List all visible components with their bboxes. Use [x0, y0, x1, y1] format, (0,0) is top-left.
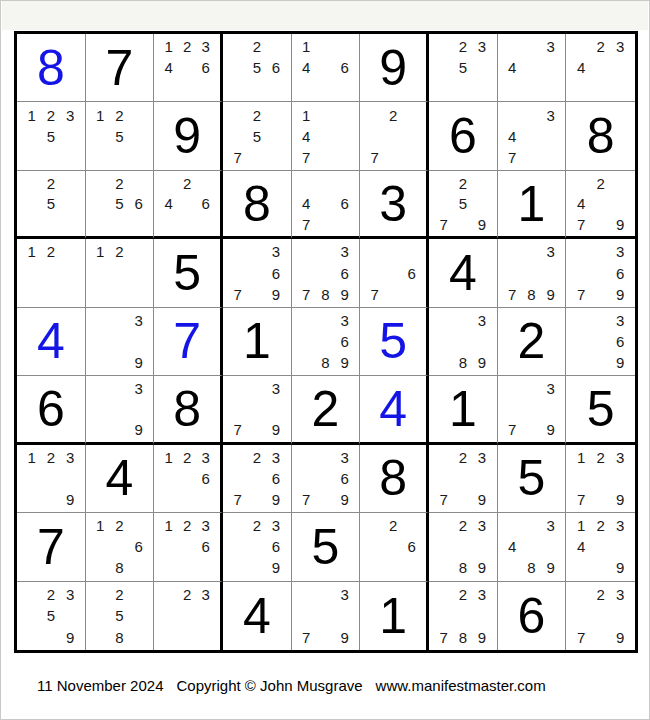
candidate-empty [196, 489, 215, 510]
cell-r5c4[interactable]: 1 [223, 308, 292, 376]
candidate-empty [384, 536, 403, 557]
candidate-4: 4 [503, 126, 522, 147]
candidate-empty [91, 193, 110, 213]
cell-r9c7[interactable]: 23789 [429, 582, 498, 650]
candidate-6: 6 [335, 193, 354, 213]
candidate-empty [541, 78, 560, 99]
cell-r8c4[interactable]: 2369 [223, 513, 292, 581]
cell-r3c5[interactable]: 467 [292, 171, 361, 239]
solved-digit: 5 [379, 316, 407, 366]
candidate-empty [159, 627, 178, 648]
candidate-grid: 1235 [17, 102, 85, 169]
candidate-9: 9 [472, 627, 491, 648]
candidate-8: 8 [316, 352, 335, 373]
candidate-empty [591, 331, 611, 352]
candidate-2: 2 [591, 36, 611, 57]
candidate-empty [335, 214, 354, 234]
cell-r2c5[interactable]: 147 [292, 102, 361, 170]
cell-r1c6[interactable]: 9 [360, 34, 429, 102]
candidate-2: 2 [591, 447, 611, 468]
candidate-empty [196, 173, 215, 193]
cell-r7c8[interactable]: 5 [498, 445, 567, 513]
candidate-empty [22, 262, 41, 283]
candidate-empty [91, 584, 110, 605]
candidate-empty [266, 36, 285, 57]
candidate-2: 2 [178, 584, 197, 605]
cell-r8c7[interactable]: 2389 [429, 513, 498, 581]
cell-r9c2[interactable]: 258 [86, 582, 155, 650]
candidate-empty [159, 536, 178, 557]
candidate-5: 5 [110, 126, 129, 147]
candidate-9: 9 [610, 214, 630, 234]
cell-r3c4[interactable]: 8 [223, 171, 292, 239]
candidate-empty [159, 214, 178, 234]
cell-r2c1[interactable]: 1235 [17, 102, 86, 170]
candidate-empty [316, 584, 335, 605]
cell-r6c4[interactable]: 379 [223, 376, 292, 444]
candidate-empty [571, 331, 591, 352]
candidate-9: 9 [266, 557, 285, 578]
candidate-empty [335, 147, 354, 168]
candidate-1: 1 [91, 515, 110, 536]
candidate-empty [266, 147, 285, 168]
cell-r6c1[interactable]: 6 [17, 376, 86, 444]
candidate-9: 9 [610, 352, 630, 373]
cell-r3c3[interactable]: 246 [154, 171, 223, 239]
candidate-empty [41, 214, 60, 234]
candidate-4: 4 [503, 57, 522, 78]
cell-r2c4[interactable]: 257 [223, 102, 292, 170]
candidate-9: 9 [610, 627, 630, 648]
cell-r1c4[interactable]: 256 [223, 34, 292, 102]
candidate-empty [110, 262, 129, 283]
candidate-empty [129, 147, 148, 168]
candidate-empty [228, 447, 247, 468]
candidate-3: 3 [541, 36, 560, 57]
candidate-9: 9 [472, 489, 491, 510]
candidate-empty [41, 489, 60, 510]
cell-r5c8[interactable]: 2 [498, 308, 567, 376]
candidate-empty [335, 605, 354, 626]
candidate-7: 7 [503, 419, 522, 439]
cell-r7c4[interactable]: 23679 [223, 445, 292, 513]
candidate-grid: 369 [566, 308, 635, 375]
cell-r2c9[interactable]: 8 [566, 102, 635, 170]
candidate-empty [434, 584, 453, 605]
cell-r6c8[interactable]: 379 [498, 376, 567, 444]
cell-r5c7[interactable]: 389 [429, 308, 498, 376]
candidate-empty [571, 310, 591, 331]
cell-r6c3[interactable]: 8 [154, 376, 223, 444]
cell-r4c7[interactable]: 4 [429, 239, 498, 307]
candidate-empty [266, 399, 285, 419]
candidate-empty [228, 468, 247, 489]
candidate-empty [591, 352, 611, 373]
candidate-6: 6 [335, 331, 354, 352]
candidate-empty [503, 557, 522, 578]
candidate-empty [316, 627, 335, 648]
candidate-empty [316, 193, 335, 213]
cell-r1c7[interactable]: 235 [429, 34, 498, 102]
candidate-3: 3 [335, 310, 354, 331]
candidate-empty [60, 214, 79, 234]
candidate-empty [60, 173, 79, 193]
candidate-empty [129, 627, 148, 648]
candidate-9: 9 [610, 489, 630, 510]
candidate-7: 7 [365, 284, 384, 305]
candidate-empty [60, 284, 79, 305]
candidate-empty [91, 378, 110, 398]
cell-r1c3[interactable]: 12346 [154, 34, 223, 102]
candidate-2: 2 [247, 104, 266, 125]
given-digit: 6 [518, 591, 546, 641]
cell-r6c9[interactable]: 5 [566, 376, 635, 444]
cell-r9c8[interactable]: 6 [498, 582, 567, 650]
cell-r6c6[interactable]: 4 [360, 376, 429, 444]
cell-r4c9[interactable]: 3679 [566, 239, 635, 307]
candidate-grid: 3789 [498, 239, 566, 306]
candidate-2: 2 [110, 584, 129, 605]
candidate-grid: 246 [154, 171, 220, 236]
candidate-empty [610, 536, 630, 557]
given-digit: 4 [106, 453, 134, 503]
candidate-empty [522, 57, 541, 78]
candidate-empty [91, 352, 110, 373]
candidate-7: 7 [503, 147, 522, 168]
candidate-9: 9 [60, 489, 79, 510]
candidate-empty [297, 352, 316, 373]
candidate-5: 5 [247, 57, 266, 78]
candidate-7: 7 [503, 284, 522, 305]
candidate-empty [178, 627, 197, 648]
footer-website[interactable]: www.manifestmaster.com [376, 677, 546, 694]
candidate-empty [541, 536, 560, 557]
cell-r5c2[interactable]: 39 [86, 308, 155, 376]
cell-r8c1[interactable]: 7 [17, 513, 86, 581]
candidate-empty [522, 126, 541, 147]
cell-r1c8[interactable]: 34 [498, 34, 567, 102]
cell-r1c9[interactable]: 234 [566, 34, 635, 102]
cell-r8c3[interactable]: 1236 [154, 513, 223, 581]
candidate-3: 3 [129, 378, 148, 398]
candidate-empty [91, 173, 110, 193]
candidate-empty [453, 489, 472, 510]
cell-r5c6[interactable]: 5 [360, 308, 429, 376]
candidate-empty [129, 241, 148, 262]
candidate-empty [335, 36, 354, 57]
given-digit: 5 [587, 384, 615, 434]
candidate-2: 2 [247, 447, 266, 468]
candidate-7: 7 [228, 284, 247, 305]
candidate-empty [335, 78, 354, 99]
candidate-grid: 1239 [17, 445, 85, 512]
cell-r3c7[interactable]: 2579 [429, 171, 498, 239]
candidate-grid: 257 [223, 102, 291, 169]
given-digit: 8 [587, 111, 615, 161]
cell-r7c7[interactable]: 2379 [429, 445, 498, 513]
candidate-empty [60, 126, 79, 147]
candidate-empty [453, 331, 472, 352]
candidate-grid: 2479 [566, 171, 635, 236]
candidate-empty [591, 605, 611, 626]
candidate-9: 9 [266, 489, 285, 510]
candidate-8: 8 [453, 352, 472, 373]
cell-r5c3[interactable]: 7 [154, 308, 223, 376]
candidate-1: 1 [91, 104, 110, 125]
candidate-9: 9 [610, 284, 630, 305]
candidate-3: 3 [335, 241, 354, 262]
given-digit: 1 [449, 384, 477, 434]
candidate-grid: 2579 [429, 171, 497, 236]
candidate-3: 3 [610, 447, 630, 468]
given-digit: 5 [173, 248, 201, 298]
cell-r3c8[interactable]: 1 [498, 171, 567, 239]
cell-r1c2[interactable]: 7 [86, 34, 155, 102]
candidate-grid: 379 [223, 376, 291, 441]
cell-r3c1[interactable]: 25 [17, 171, 86, 239]
candidate-empty [60, 241, 79, 262]
candidate-3: 3 [541, 378, 560, 398]
cell-r8c9[interactable]: 12349 [566, 513, 635, 581]
candidate-empty [365, 262, 384, 283]
candidate-grid: 2379 [429, 445, 497, 512]
candidate-3: 3 [335, 447, 354, 468]
candidate-6: 6 [335, 262, 354, 283]
candidate-empty [228, 515, 247, 536]
cell-r7c5[interactable]: 3679 [292, 445, 361, 513]
candidate-empty [159, 468, 178, 489]
candidate-8: 8 [110, 557, 129, 578]
candidate-grid: 347 [498, 102, 566, 169]
cell-r5c9[interactable]: 369 [566, 308, 635, 376]
cell-r6c5[interactable]: 2 [292, 376, 361, 444]
candidate-empty [402, 126, 421, 147]
candidate-empty [297, 331, 316, 352]
candidate-9: 9 [335, 284, 354, 305]
candidate-empty [503, 378, 522, 398]
candidate-grid: 27 [360, 102, 426, 169]
cell-r9c1[interactable]: 2359 [17, 582, 86, 650]
candidate-empty [178, 536, 197, 557]
candidate-7: 7 [228, 147, 247, 168]
candidate-empty [247, 468, 266, 489]
candidate-empty [228, 241, 247, 262]
candidate-empty [316, 447, 335, 468]
candidate-2: 2 [453, 36, 472, 57]
cell-r6c7[interactable]: 1 [429, 376, 498, 444]
cell-r2c7[interactable]: 6 [429, 102, 498, 170]
cell-r9c5[interactable]: 379 [292, 582, 361, 650]
candidate-4: 4 [159, 57, 178, 78]
candidate-empty [247, 378, 266, 398]
candidate-9: 9 [472, 557, 491, 578]
candidate-3: 3 [60, 447, 79, 468]
candidate-empty [297, 241, 316, 262]
candidate-empty [384, 241, 403, 262]
candidate-7: 7 [434, 214, 453, 234]
candidate-grid: 258 [86, 582, 154, 650]
candidate-empty [453, 310, 472, 331]
candidate-empty [472, 173, 491, 193]
candidate-empty [129, 515, 148, 536]
candidate-2: 2 [110, 104, 129, 125]
candidate-empty [472, 536, 491, 557]
given-digit: 3 [379, 179, 407, 229]
candidate-empty [522, 104, 541, 125]
candidate-empty [110, 399, 129, 419]
candidate-empty [247, 536, 266, 557]
candidate-5: 5 [110, 193, 129, 213]
cell-r7c1[interactable]: 1239 [17, 445, 86, 513]
candidate-empty [297, 447, 316, 468]
cell-r3c6[interactable]: 3 [360, 171, 429, 239]
candidate-9: 9 [129, 352, 148, 373]
candidate-empty [434, 352, 453, 373]
candidate-empty [610, 78, 630, 99]
cell-r7c3[interactable]: 1236 [154, 445, 223, 513]
candidate-empty [41, 284, 60, 305]
given-digit: 7 [106, 43, 134, 93]
candidate-empty [196, 214, 215, 234]
candidate-grid: 235 [429, 34, 497, 101]
given-digit: 9 [173, 111, 201, 161]
cell-r4c8[interactable]: 3789 [498, 239, 567, 307]
candidate-3: 3 [610, 241, 630, 262]
candidate-8: 8 [453, 557, 472, 578]
candidate-empty [402, 557, 421, 578]
candidate-empty [610, 173, 630, 193]
candidate-empty [316, 57, 335, 78]
candidate-empty [434, 536, 453, 557]
given-digit: 6 [37, 384, 65, 434]
candidate-empty [110, 352, 129, 373]
candidate-empty [591, 214, 611, 234]
candidate-grid: 467 [292, 171, 360, 236]
candidate-empty [472, 78, 491, 99]
candidate-3: 3 [196, 36, 215, 57]
cell-r5c1[interactable]: 4 [17, 308, 86, 376]
candidate-empty [129, 126, 148, 147]
candidate-empty [110, 331, 129, 352]
candidate-empty [434, 605, 453, 626]
candidate-6: 6 [196, 536, 215, 557]
candidate-empty [91, 126, 110, 147]
candidate-empty [571, 468, 591, 489]
candidate-empty [503, 241, 522, 262]
candidate-3: 3 [196, 515, 215, 536]
candidate-empty [228, 36, 247, 57]
candidate-6: 6 [196, 57, 215, 78]
candidate-empty [297, 173, 316, 193]
candidate-empty [60, 468, 79, 489]
cell-r7c6[interactable]: 8 [360, 445, 429, 513]
cell-r9c3[interactable]: 23 [154, 582, 223, 650]
candidate-empty [297, 78, 316, 99]
cell-r8c2[interactable]: 1268 [86, 513, 155, 581]
cell-r3c9[interactable]: 2479 [566, 171, 635, 239]
cell-r4c1[interactable]: 12 [17, 239, 86, 307]
candidate-empty [178, 605, 197, 626]
cell-r1c1[interactable]: 8 [17, 34, 86, 102]
candidate-7: 7 [297, 627, 316, 648]
candidate-grid: 34 [498, 34, 566, 101]
solved-digit: 7 [173, 316, 201, 366]
cell-r4c4[interactable]: 3679 [223, 239, 292, 307]
cell-r4c6[interactable]: 67 [360, 239, 429, 307]
candidate-2: 2 [41, 173, 60, 193]
cell-r8c5[interactable]: 5 [292, 513, 361, 581]
candidate-empty [297, 584, 316, 605]
candidate-empty [228, 262, 247, 283]
candidate-empty [178, 489, 197, 510]
candidate-3: 3 [610, 584, 630, 605]
candidate-2: 2 [110, 515, 129, 536]
cell-r5c5[interactable]: 3689 [292, 308, 361, 376]
candidate-empty [91, 536, 110, 557]
candidate-empty [91, 399, 110, 419]
candidate-empty [110, 419, 129, 439]
cell-r8c6[interactable]: 26 [360, 513, 429, 581]
cell-r9c6[interactable]: 1 [360, 582, 429, 650]
candidate-empty [541, 147, 560, 168]
cell-r1c5[interactable]: 146 [292, 34, 361, 102]
candidate-empty [41, 147, 60, 168]
cell-r9c9[interactable]: 2379 [566, 582, 635, 650]
candidate-empty [247, 147, 266, 168]
given-digit: 4 [449, 248, 477, 298]
sudoku-board: 8712346256146923534234123512592571472763… [14, 31, 638, 653]
candidate-6: 6 [266, 536, 285, 557]
candidate-empty [159, 78, 178, 99]
cell-r2c6[interactable]: 27 [360, 102, 429, 170]
cell-r9c4[interactable]: 4 [223, 582, 292, 650]
candidate-empty [453, 605, 472, 626]
candidate-empty [178, 57, 197, 78]
candidate-9: 9 [541, 419, 560, 439]
cell-r2c3[interactable]: 9 [154, 102, 223, 170]
candidate-empty [434, 78, 453, 99]
candidate-6: 6 [129, 193, 148, 213]
cell-r7c2[interactable]: 4 [86, 445, 155, 513]
candidate-grid: 12 [86, 239, 154, 306]
cell-r8c8[interactable]: 3489 [498, 513, 567, 581]
cell-r7c9[interactable]: 12379 [566, 445, 635, 513]
candidate-3: 3 [60, 584, 79, 605]
cell-r2c2[interactable]: 125 [86, 102, 155, 170]
candidate-empty [247, 557, 266, 578]
cell-r4c5[interactable]: 36789 [292, 239, 361, 307]
cell-r2c8[interactable]: 347 [498, 102, 567, 170]
candidate-empty [541, 262, 560, 283]
candidate-3: 3 [472, 515, 491, 536]
candidate-empty [110, 214, 129, 234]
candidate-empty [316, 468, 335, 489]
candidate-empty [22, 489, 41, 510]
cell-r4c2[interactable]: 12 [86, 239, 155, 307]
candidate-empty [522, 36, 541, 57]
candidate-9: 9 [335, 627, 354, 648]
candidate-empty [178, 468, 197, 489]
candidate-empty [571, 605, 591, 626]
candidate-grid: 379 [292, 582, 360, 650]
cell-r4c3[interactable]: 5 [154, 239, 223, 307]
cell-r6c2[interactable]: 39 [86, 376, 155, 444]
candidate-empty [503, 36, 522, 57]
candidate-3: 3 [196, 447, 215, 468]
cell-r3c2[interactable]: 256 [86, 171, 155, 239]
candidate-empty [402, 147, 421, 168]
candidate-5: 5 [41, 193, 60, 213]
